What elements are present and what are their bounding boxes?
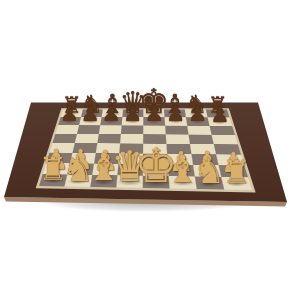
piece-c7-dark-pawn: ♟ [102, 103, 121, 125]
pieces-layer: ♜♞♝♛♚♝♞♜♟♟♟♟♟♟♟♟♟♟♟♟♟♟♟♟♜♞♝♛♚♝♞♜ [0, 0, 290, 290]
piece-a7-dark-pawn: ♟ [60, 103, 79, 125]
piece-f7-dark-pawn: ♟ [166, 103, 185, 125]
piece-h7-dark-pawn: ♟ [210, 104, 229, 126]
piece-d7-dark-pawn: ♟ [123, 103, 142, 125]
piece-e7-dark-pawn: ♟ [144, 103, 163, 125]
piece-b7-dark-pawn: ♟ [81, 103, 100, 125]
chess-set-photo: ♜♞♝♛♚♝♞♜♟♟♟♟♟♟♟♟♟♟♟♟♟♟♟♟♜♞♝♛♚♝♞♜ [0, 0, 290, 290]
piece-g1-white-knight: ♞ [194, 153, 226, 189]
piece-h1-white-rook: ♜ [223, 157, 251, 189]
piece-g7-dark-pawn: ♟ [188, 103, 207, 125]
